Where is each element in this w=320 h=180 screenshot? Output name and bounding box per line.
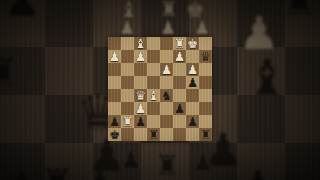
- background-square: [45, 143, 93, 180]
- background-square: [189, 143, 237, 180]
- white-pawn-f2: ♟: [135, 50, 146, 63]
- background-square: [0, 95, 45, 143]
- square-b8: [186, 128, 199, 141]
- background-square: [237, 0, 285, 47]
- white-bishop-e5: ♝: [148, 89, 159, 102]
- background-square: [141, 143, 189, 180]
- square-g1: [121, 37, 134, 50]
- square-e1: [147, 37, 160, 50]
- square-f8: [134, 128, 147, 141]
- background-square: [0, 143, 45, 180]
- square-g5: [121, 89, 134, 102]
- background-square: [0, 0, 45, 47]
- square-a5: [199, 89, 212, 102]
- white-pawn-c2: ♟: [174, 50, 185, 63]
- square-h8: ♚: [108, 128, 121, 141]
- square-f7: ♟: [134, 115, 147, 128]
- square-c4: [173, 76, 186, 89]
- background-square: [45, 47, 93, 95]
- white-pawn-h2: ♟: [109, 50, 120, 63]
- square-f2: ♟: [134, 50, 147, 63]
- square-e2: [147, 50, 160, 63]
- square-e8: ♜: [147, 128, 160, 141]
- square-h3: [108, 63, 121, 76]
- background-square: [237, 95, 285, 143]
- background-square: [45, 0, 93, 47]
- white-rook-g7: ♜: [122, 115, 133, 128]
- square-h5: [108, 89, 121, 102]
- square-f3: [134, 63, 147, 76]
- black-queen-a2: ♛: [200, 50, 211, 63]
- square-e3: [147, 63, 160, 76]
- square-c2: ♟: [173, 50, 186, 63]
- square-c8: [173, 128, 186, 141]
- square-c7: [173, 115, 186, 128]
- square-g3: [121, 63, 134, 76]
- black-pawn-f7: ♟: [135, 115, 146, 128]
- square-g4: [121, 76, 134, 89]
- square-b5: [186, 89, 199, 102]
- black-rook-a8: ♜: [200, 128, 211, 141]
- square-d6: [160, 102, 173, 115]
- background-square: [285, 47, 320, 95]
- square-g2: [121, 50, 134, 63]
- background-square: [285, 0, 320, 47]
- white-king-b1: ♚: [187, 37, 198, 50]
- square-h2: ♟: [108, 50, 121, 63]
- square-c3: [173, 63, 186, 76]
- background-square: [45, 95, 93, 143]
- square-a3: [199, 63, 212, 76]
- background-square: [237, 143, 285, 180]
- black-pawn-b7: ♟: [187, 115, 198, 128]
- square-d5: ♞: [160, 89, 173, 102]
- square-a8: ♜: [199, 128, 212, 141]
- black-pawn-b4: ♟: [187, 76, 198, 89]
- background-square: [285, 95, 320, 143]
- square-h4: [108, 76, 121, 89]
- square-d1: [160, 37, 173, 50]
- square-a4: [199, 76, 212, 89]
- square-b4: ♟: [186, 76, 199, 89]
- square-a2: ♛: [199, 50, 212, 63]
- black-pawn-c6: ♟: [174, 102, 185, 115]
- square-d3: ♟: [160, 63, 173, 76]
- background-square: [285, 143, 320, 180]
- black-knight-d5: ♞: [161, 89, 172, 102]
- background-square: [93, 143, 141, 180]
- square-c6: ♟: [173, 102, 186, 115]
- background-square: [0, 47, 45, 95]
- square-d7: [160, 115, 173, 128]
- black-king-h8: ♚: [109, 128, 120, 141]
- background-square: [237, 47, 285, 95]
- chessboard: ♝♜♚♟♟♟♛♟♟♟♛♝♞♟♟♟♜♟♟♚♜♜: [108, 37, 212, 141]
- black-rook-e8: ♜: [148, 128, 159, 141]
- square-b7: ♟: [186, 115, 199, 128]
- white-pawn-d3: ♟: [161, 63, 172, 76]
- square-a6: [199, 102, 212, 115]
- square-e5: ♝: [147, 89, 160, 102]
- square-d8: [160, 128, 173, 141]
- square-e6: [147, 102, 160, 115]
- square-g7: ♜: [121, 115, 134, 128]
- square-b1: ♚: [186, 37, 199, 50]
- square-g8: [121, 128, 134, 141]
- video-frame: ♟♜♛♟♟♜♟♜♟♝♟♟♝♜♚♟♟♟♟♜♟ ♝♜♚♟♟♟♛♟♟♟♛♝♞♟♟♟♜♟…: [0, 0, 320, 180]
